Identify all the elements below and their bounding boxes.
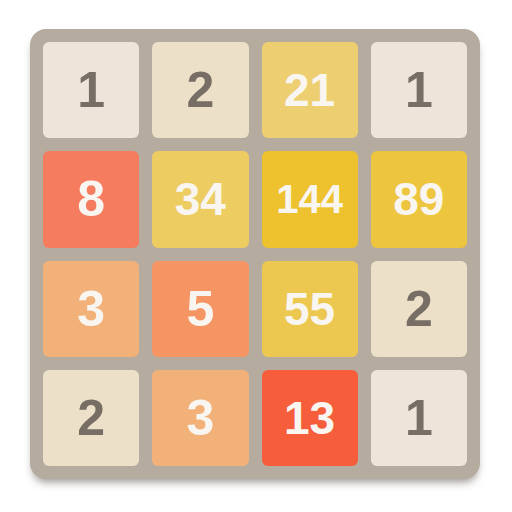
tile-r2c3: 144 xyxy=(262,151,358,247)
tile-r1c1: 1 xyxy=(43,42,139,138)
tile-r3c2: 5 xyxy=(152,261,248,357)
tile-r3c1: 3 xyxy=(43,261,139,357)
tile-r4c3: 13 xyxy=(262,370,358,466)
tile-r3c4: 2 xyxy=(371,261,467,357)
tile-r1c4: 1 xyxy=(371,42,467,138)
tile-r1c2: 2 xyxy=(152,42,248,138)
game-canvas: 12211834144893555223131 xyxy=(0,0,512,512)
tile-r1c3: 21 xyxy=(262,42,358,138)
tile-r4c2: 3 xyxy=(152,370,248,466)
tile-r2c2: 34 xyxy=(152,151,248,247)
tile-r3c3: 55 xyxy=(262,261,358,357)
tile-r4c1: 2 xyxy=(43,370,139,466)
tile-r4c4: 1 xyxy=(371,370,467,466)
tile-r2c4: 89 xyxy=(371,151,467,247)
tile-r2c1: 8 xyxy=(43,151,139,247)
game-board[interactable]: 12211834144893555223131 xyxy=(30,29,480,479)
